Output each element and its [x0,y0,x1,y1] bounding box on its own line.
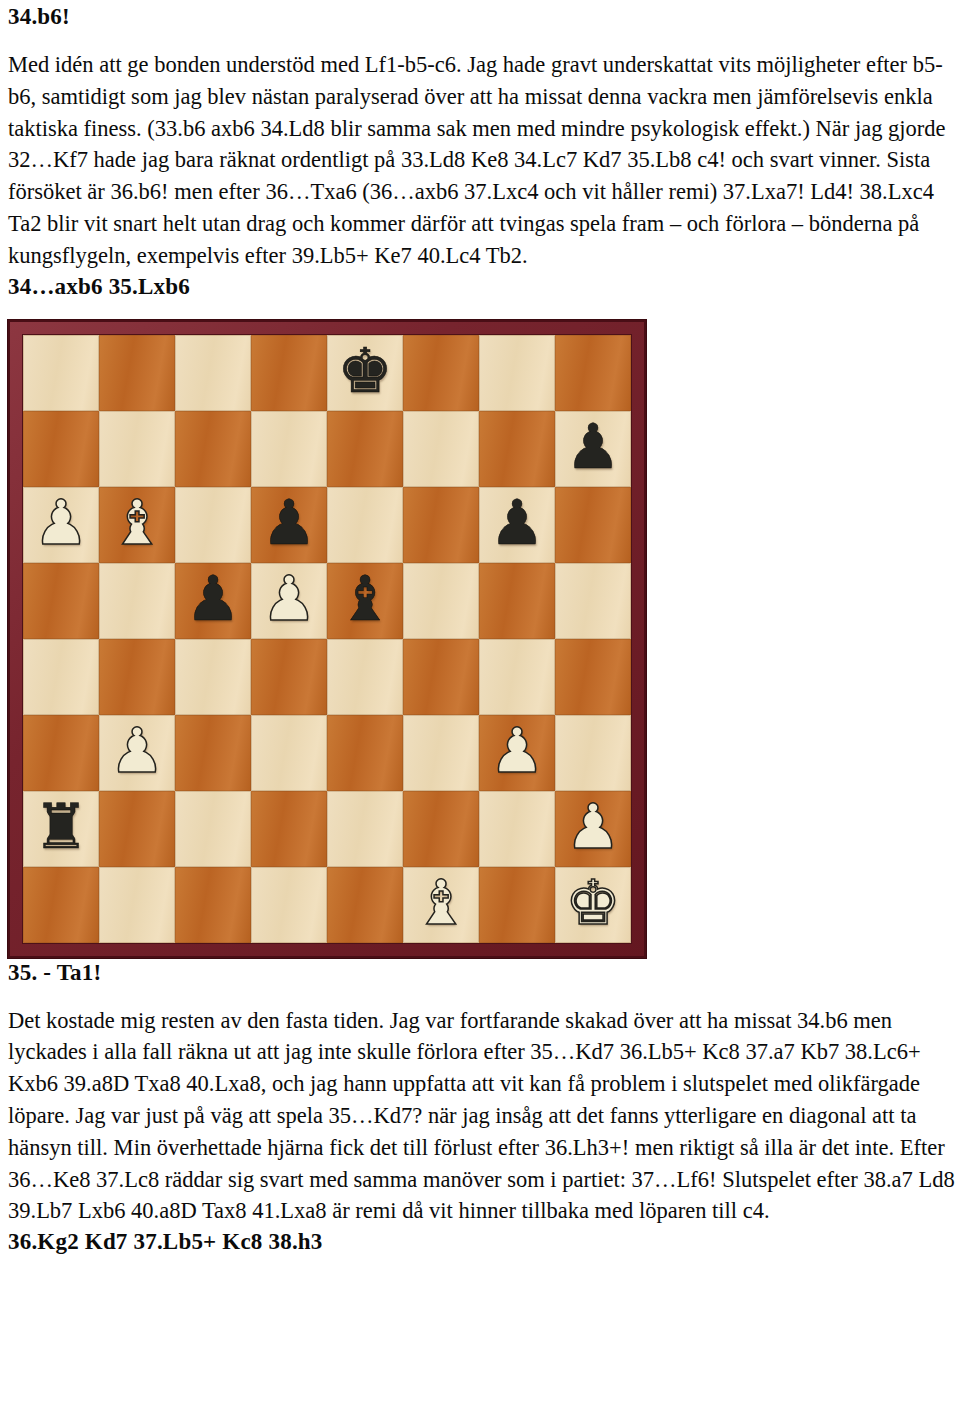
square-b1 [99,867,175,943]
square-c2 [175,791,251,867]
square-a3 [23,715,99,791]
square-h7: ♟ [555,411,631,487]
square-g7 [479,411,555,487]
piece-black-pawn: ♟ [489,487,545,561]
chess-board: ♚♟♟♝♟♟♟♟♝♟♟♜♟♝♚ [23,335,631,943]
square-e3 [327,715,403,791]
square-f8 [403,335,479,411]
square-d3 [251,715,327,791]
square-b5 [99,563,175,639]
square-c8 [175,335,251,411]
square-h1: ♚ [555,867,631,943]
piece-black-pawn: ♟ [565,411,621,485]
square-a2: ♜ [23,791,99,867]
square-d6: ♟ [251,487,327,563]
square-e6 [327,487,403,563]
square-g3: ♟ [479,715,555,791]
square-c1 [175,867,251,943]
piece-white-pawn: ♟ [261,563,317,637]
piece-white-bishop: ♝ [413,867,469,941]
square-e5: ♝ [327,563,403,639]
square-c5: ♟ [175,563,251,639]
square-c4 [175,639,251,715]
square-e2 [327,791,403,867]
square-a1 [23,867,99,943]
square-f3 [403,715,479,791]
piece-white-bishop: ♝ [109,487,165,561]
square-b3: ♟ [99,715,175,791]
square-d7 [251,411,327,487]
square-c7 [175,411,251,487]
chess-board-frame: ♚♟♟♝♟♟♟♟♝♟♟♜♟♝♚ [8,320,646,958]
square-f6 [403,487,479,563]
square-b7 [99,411,175,487]
square-f1: ♝ [403,867,479,943]
square-h3 [555,715,631,791]
piece-white-pawn: ♟ [489,715,545,789]
square-d5: ♟ [251,563,327,639]
commentary-paragraph-1: Med idén att ge bonden understöd med Lf1… [8,49,956,272]
square-a6: ♟ [23,487,99,563]
square-a8 [23,335,99,411]
square-f7 [403,411,479,487]
commentary-paragraph-2: Det kostade mig resten av den fasta tide… [8,1005,956,1228]
piece-black-pawn: ♟ [261,487,317,561]
square-g2 [479,791,555,867]
square-d1 [251,867,327,943]
square-b4 [99,639,175,715]
piece-black-king: ♚ [337,335,393,409]
move-heading-34-axb6: 34…axb6 35.Lxb6 [8,272,954,302]
square-b2 [99,791,175,867]
piece-white-pawn: ♟ [109,715,165,789]
square-f4 [403,639,479,715]
square-d4 [251,639,327,715]
square-a4 [23,639,99,715]
piece-white-king: ♚ [565,867,621,941]
move-heading-36-kg2: 36.Kg2 Kd7 37.Lb5+ Kc8 38.h3 [8,1227,954,1257]
square-f2 [403,791,479,867]
piece-black-bishop: ♝ [337,563,393,637]
square-h4 [555,639,631,715]
piece-white-pawn: ♟ [565,791,621,865]
square-d8 [251,335,327,411]
square-b8 [99,335,175,411]
square-g8 [479,335,555,411]
piece-black-rook: ♜ [33,791,89,865]
square-c6 [175,487,251,563]
square-e4 [327,639,403,715]
piece-black-pawn: ♟ [185,563,241,637]
square-g6: ♟ [479,487,555,563]
square-f5 [403,563,479,639]
square-g4 [479,639,555,715]
square-a5 [23,563,99,639]
square-e8: ♚ [327,335,403,411]
move-heading-35-ta1: 35. - Ta1! [8,958,954,988]
square-h5 [555,563,631,639]
square-a7 [23,411,99,487]
document-page: 34.b6! Med idén att ge bonden understöd … [0,0,960,1427]
square-h8 [555,335,631,411]
move-heading-34-b6: 34.b6! [8,2,954,32]
piece-white-pawn: ♟ [33,487,89,561]
square-b6: ♝ [99,487,175,563]
square-g5 [479,563,555,639]
square-h2: ♟ [555,791,631,867]
square-d2 [251,791,327,867]
square-e7 [327,411,403,487]
square-e1 [327,867,403,943]
square-c3 [175,715,251,791]
square-g1 [479,867,555,943]
square-h6 [555,487,631,563]
